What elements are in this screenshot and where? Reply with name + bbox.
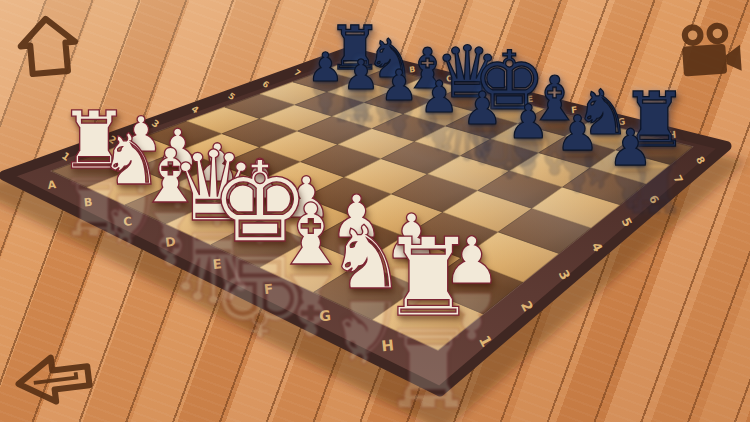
video-camera-icon — [674, 14, 744, 86]
file-label-bottom-b: B — [83, 196, 93, 210]
piece-black-pawn-a7[interactable]: ♟ — [308, 46, 344, 86]
back-arrow-icon — [12, 350, 96, 406]
camera-button[interactable] — [674, 14, 744, 86]
back-button[interactable] — [12, 350, 96, 406]
piece-black-pawn-d7[interactable]: ♟ — [420, 75, 459, 119]
piece-black-pawn-h7[interactable]: ♟ — [608, 123, 653, 173]
piece-black-pawn-b7[interactable]: ♟ — [343, 55, 380, 96]
piece-black-pawn-g7[interactable]: ♟ — [556, 110, 600, 159]
piece-black-pawn-c7[interactable]: ♟ — [380, 65, 418, 108]
game-scene: ABCDEFGHABCDEFGH1234567812345678 ♜♜♞♞♝♝♛… — [0, 0, 750, 422]
home-button[interactable] — [14, 10, 82, 82]
file-label-bottom-c: C — [123, 214, 133, 229]
file-label-bottom-g: G — [318, 307, 331, 324]
piece-white-rook-h1[interactable]: ♜ — [380, 224, 477, 332]
home-icon — [14, 10, 82, 82]
piece-black-pawn-f7[interactable]: ♟ — [507, 97, 549, 144]
piece-black-pawn-e7[interactable]: ♟ — [462, 86, 503, 131]
